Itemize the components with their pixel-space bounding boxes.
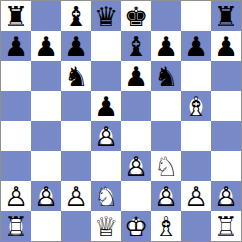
black-pawn[interactable]: ♟ <box>184 33 208 60</box>
square-b7[interactable]: ♟ <box>31 31 61 61</box>
square-a8[interactable]: ♜ <box>1 1 31 31</box>
square-f3[interactable]: ♘ <box>151 151 181 181</box>
square-f6[interactable]: ♞ <box>151 61 181 91</box>
square-a3[interactable] <box>1 151 31 181</box>
square-h3[interactable] <box>211 151 241 181</box>
square-d7[interactable] <box>91 31 121 61</box>
square-e2[interactable] <box>121 181 151 211</box>
square-g2[interactable]: ♙ <box>181 181 211 211</box>
square-g5[interactable]: ♗ <box>181 91 211 121</box>
square-g7[interactable]: ♟ <box>181 31 211 61</box>
white-knight[interactable]: ♘ <box>94 183 118 210</box>
square-h2[interactable]: ♙ <box>211 181 241 211</box>
black-pawn[interactable]: ♟ <box>214 33 238 60</box>
white-pawn[interactable]: ♙ <box>214 183 238 210</box>
square-a6[interactable] <box>1 61 31 91</box>
black-pawn[interactable]: ♟ <box>94 93 118 120</box>
square-b1[interactable] <box>31 211 61 241</box>
square-c4[interactable] <box>61 121 91 151</box>
square-f4[interactable] <box>151 121 181 151</box>
white-pawn[interactable]: ♙ <box>34 183 58 210</box>
black-pawn[interactable]: ♟ <box>124 63 148 90</box>
white-rook[interactable]: ♖ <box>214 213 238 240</box>
square-f1[interactable]: ♗ <box>151 211 181 241</box>
square-h4[interactable] <box>211 121 241 151</box>
square-h7[interactable]: ♟ <box>211 31 241 61</box>
square-c5[interactable] <box>61 91 91 121</box>
square-h5[interactable] <box>211 91 241 121</box>
square-b8[interactable] <box>31 1 61 31</box>
white-bishop[interactable]: ♗ <box>184 93 208 120</box>
square-b5[interactable] <box>31 91 61 121</box>
square-b3[interactable] <box>31 151 61 181</box>
white-rook[interactable]: ♖ <box>4 213 28 240</box>
black-knight[interactable]: ♞ <box>64 63 88 90</box>
white-knight[interactable]: ♘ <box>154 153 178 180</box>
white-king[interactable]: ♔ <box>124 213 148 240</box>
square-f8[interactable] <box>151 1 181 31</box>
white-pawn[interactable]: ♙ <box>4 183 28 210</box>
square-a4[interactable] <box>1 121 31 151</box>
square-c2[interactable]: ♙ <box>61 181 91 211</box>
square-e7[interactable]: ♝ <box>121 31 151 61</box>
white-pawn[interactable]: ♙ <box>124 153 148 180</box>
square-f2[interactable]: ♙ <box>151 181 181 211</box>
white-pawn[interactable]: ♙ <box>94 123 118 150</box>
square-g1[interactable] <box>181 211 211 241</box>
square-b6[interactable] <box>31 61 61 91</box>
white-pawn[interactable]: ♙ <box>184 183 208 210</box>
black-rook[interactable]: ♜ <box>4 3 28 30</box>
black-pawn[interactable]: ♟ <box>154 33 178 60</box>
black-bishop[interactable]: ♝ <box>124 33 148 60</box>
square-c3[interactable] <box>61 151 91 181</box>
black-pawn[interactable]: ♟ <box>64 33 88 60</box>
black-pawn[interactable]: ♟ <box>4 33 28 60</box>
square-e4[interactable] <box>121 121 151 151</box>
square-c1[interactable] <box>61 211 91 241</box>
square-e6[interactable]: ♟ <box>121 61 151 91</box>
square-c7[interactable]: ♟ <box>61 31 91 61</box>
white-bishop[interactable]: ♗ <box>154 213 178 240</box>
square-b4[interactable] <box>31 121 61 151</box>
square-g6[interactable] <box>181 61 211 91</box>
square-a1[interactable]: ♖ <box>1 211 31 241</box>
black-rook[interactable]: ♜ <box>214 3 238 30</box>
square-c8[interactable]: ♝ <box>61 1 91 31</box>
square-h6[interactable] <box>211 61 241 91</box>
black-queen[interactable]: ♛ <box>94 3 118 30</box>
square-d5[interactable]: ♟ <box>91 91 121 121</box>
square-b2[interactable]: ♙ <box>31 181 61 211</box>
square-d3[interactable] <box>91 151 121 181</box>
white-pawn[interactable]: ♙ <box>154 183 178 210</box>
square-e5[interactable] <box>121 91 151 121</box>
square-d1[interactable]: ♕ <box>91 211 121 241</box>
black-king[interactable]: ♚ <box>124 3 148 30</box>
square-d4[interactable]: ♙ <box>91 121 121 151</box>
square-d6[interactable] <box>91 61 121 91</box>
square-h1[interactable]: ♖ <box>211 211 241 241</box>
square-g3[interactable] <box>181 151 211 181</box>
black-pawn[interactable]: ♟ <box>34 33 58 60</box>
square-c6[interactable]: ♞ <box>61 61 91 91</box>
white-queen[interactable]: ♕ <box>94 213 118 240</box>
square-d8[interactable]: ♛ <box>91 1 121 31</box>
square-f5[interactable] <box>151 91 181 121</box>
square-g8[interactable] <box>181 1 211 31</box>
black-bishop[interactable]: ♝ <box>64 3 88 30</box>
square-a2[interactable]: ♙ <box>1 181 31 211</box>
white-pawn[interactable]: ♙ <box>64 183 88 210</box>
square-f7[interactable]: ♟ <box>151 31 181 61</box>
black-knight[interactable]: ♞ <box>154 63 178 90</box>
square-a5[interactable] <box>1 91 31 121</box>
square-e3[interactable]: ♙ <box>121 151 151 181</box>
square-d2[interactable]: ♘ <box>91 181 121 211</box>
square-h8[interactable]: ♜ <box>211 1 241 31</box>
square-g4[interactable] <box>181 121 211 151</box>
square-a7[interactable]: ♟ <box>1 31 31 61</box>
square-e1[interactable]: ♔ <box>121 211 151 241</box>
square-e8[interactable]: ♚ <box>121 1 151 31</box>
chess-board: ♜♝♛♚♜♟♟♟♝♟♟♟♞♟♞♟♗♙♙♘♙♙♙♘♙♙♙♖♕♔♗♖ <box>0 0 242 242</box>
